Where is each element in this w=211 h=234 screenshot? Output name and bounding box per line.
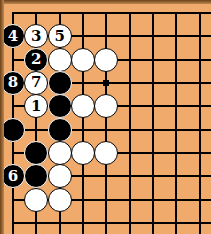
intersection-7-6 xyxy=(141,118,164,141)
intersection-6-4 xyxy=(118,71,141,94)
intersection-8-3 xyxy=(165,48,188,71)
black-stone xyxy=(24,141,48,165)
intersection-9-3 xyxy=(188,48,211,71)
intersection-2-10 xyxy=(25,211,48,234)
intersection-5-3 xyxy=(95,48,118,71)
go-diagram-page: { "game": "go", "diagram": { "type": "co… xyxy=(0,0,211,234)
black-stone xyxy=(48,118,72,142)
intersection-1-1 xyxy=(1,1,24,24)
intersection-9-4 xyxy=(188,71,211,94)
intersection-7-5 xyxy=(141,95,164,118)
intersection-8-6 xyxy=(165,118,188,141)
white-stone: 1 xyxy=(24,94,48,118)
intersection-7-2 xyxy=(141,25,164,48)
intersection-1-2: 4 xyxy=(1,25,24,48)
intersection-8-5 xyxy=(165,95,188,118)
intersection-4-7 xyxy=(71,141,94,164)
white-stone xyxy=(48,164,72,188)
intersection-8-8 xyxy=(165,165,188,188)
intersection-6-6 xyxy=(118,118,141,141)
intersection-7-9 xyxy=(141,188,164,211)
intersection-3-1 xyxy=(48,1,71,24)
move-number: 7 xyxy=(31,75,41,90)
intersection-2-4: 7 xyxy=(25,71,48,94)
intersection-8-9 xyxy=(165,188,188,211)
white-stone xyxy=(94,48,118,72)
intersection-6-8 xyxy=(118,165,141,188)
white-stone: 3 xyxy=(24,24,48,48)
intersection-2-7 xyxy=(25,141,48,164)
intersection-1-10 xyxy=(1,211,24,234)
intersection-5-5 xyxy=(95,95,118,118)
black-stone xyxy=(24,164,48,188)
intersection-3-9 xyxy=(48,188,71,211)
intersection-8-4 xyxy=(165,71,188,94)
move-number: 3 xyxy=(31,29,41,44)
intersection-1-9 xyxy=(1,188,24,211)
intersection-3-5 xyxy=(48,95,71,118)
intersection-6-1 xyxy=(118,1,141,24)
intersection-5-7 xyxy=(95,141,118,164)
intersection-4-1 xyxy=(71,1,94,24)
move-number: 8 xyxy=(8,75,18,90)
intersection-9-6 xyxy=(188,118,211,141)
move-number: 6 xyxy=(8,169,18,184)
intersection-4-10 xyxy=(71,211,94,234)
white-stone: 5 xyxy=(48,24,72,48)
intersection-8-10 xyxy=(165,211,188,234)
intersection-4-4 xyxy=(71,71,94,94)
intersection-1-6 xyxy=(1,118,24,141)
white-stone: 7 xyxy=(24,71,48,95)
intersection-9-1 xyxy=(188,1,211,24)
black-stone xyxy=(48,71,72,95)
hoshi-point xyxy=(103,80,109,86)
intersection-5-9 xyxy=(95,188,118,211)
intersection-7-8 xyxy=(141,165,164,188)
black-stone xyxy=(1,118,25,142)
intersection-9-2 xyxy=(188,25,211,48)
black-stone: 2 xyxy=(24,48,48,72)
black-stone: 4 xyxy=(1,24,25,48)
go-board-grid: 43528716 xyxy=(1,1,211,234)
intersection-1-4: 8 xyxy=(1,71,24,94)
move-number: 4 xyxy=(8,29,18,44)
intersection-8-2 xyxy=(165,25,188,48)
intersection-7-4 xyxy=(141,71,164,94)
white-stone xyxy=(71,94,95,118)
intersection-9-8 xyxy=(188,165,211,188)
intersection-6-9 xyxy=(118,188,141,211)
white-stone xyxy=(48,48,72,72)
intersection-2-2: 3 xyxy=(25,25,48,48)
intersection-7-3 xyxy=(141,48,164,71)
intersection-3-6 xyxy=(48,118,71,141)
intersection-3-3 xyxy=(48,48,71,71)
intersection-8-7 xyxy=(165,141,188,164)
white-stone xyxy=(48,141,72,165)
intersection-5-2 xyxy=(95,25,118,48)
intersection-8-1 xyxy=(165,1,188,24)
intersection-2-6 xyxy=(25,118,48,141)
black-stone: 8 xyxy=(1,71,25,95)
move-number: 1 xyxy=(31,99,41,114)
white-stone xyxy=(24,188,48,212)
intersection-2-5: 1 xyxy=(25,95,48,118)
intersection-7-7 xyxy=(141,141,164,164)
intersection-7-10 xyxy=(141,211,164,234)
board-frame-left xyxy=(0,0,4,234)
intersection-4-5 xyxy=(71,95,94,118)
intersection-3-4 xyxy=(48,71,71,94)
intersection-4-2 xyxy=(71,25,94,48)
white-stone xyxy=(94,141,118,165)
white-stone xyxy=(48,188,72,212)
intersection-3-7 xyxy=(48,141,71,164)
intersection-6-10 xyxy=(118,211,141,234)
white-stone xyxy=(94,94,118,118)
intersection-9-5 xyxy=(188,95,211,118)
intersection-9-10 xyxy=(188,211,211,234)
intersection-4-3 xyxy=(71,48,94,71)
intersection-4-8 xyxy=(71,165,94,188)
intersection-6-3 xyxy=(118,48,141,71)
intersection-4-6 xyxy=(71,118,94,141)
intersection-2-3: 2 xyxy=(25,48,48,71)
black-stone xyxy=(48,94,72,118)
white-stone xyxy=(71,141,95,165)
intersection-1-5 xyxy=(1,95,24,118)
intersection-5-1 xyxy=(95,1,118,24)
intersection-1-7 xyxy=(1,141,24,164)
intersection-7-1 xyxy=(141,1,164,24)
intersection-3-2: 5 xyxy=(48,25,71,48)
intersection-5-6 xyxy=(95,118,118,141)
board-frame-top xyxy=(0,0,211,4)
intersection-2-1 xyxy=(25,1,48,24)
intersection-2-9 xyxy=(25,188,48,211)
move-number: 5 xyxy=(54,29,64,44)
intersection-9-9 xyxy=(188,188,211,211)
intersection-6-7 xyxy=(118,141,141,164)
intersection-6-2 xyxy=(118,25,141,48)
black-stone: 6 xyxy=(1,164,25,188)
intersection-2-8 xyxy=(25,165,48,188)
intersection-4-9 xyxy=(71,188,94,211)
move-number: 2 xyxy=(31,52,41,67)
intersection-9-7 xyxy=(188,141,211,164)
intersection-5-10 xyxy=(95,211,118,234)
intersection-6-5 xyxy=(118,95,141,118)
intersection-3-8 xyxy=(48,165,71,188)
intersection-5-4 xyxy=(95,71,118,94)
intersection-1-8: 6 xyxy=(1,165,24,188)
intersection-3-10 xyxy=(48,211,71,234)
intersection-1-3 xyxy=(1,48,24,71)
intersection-5-8 xyxy=(95,165,118,188)
white-stone xyxy=(71,48,95,72)
